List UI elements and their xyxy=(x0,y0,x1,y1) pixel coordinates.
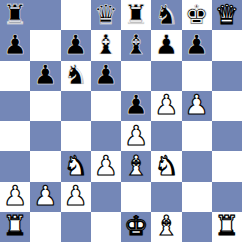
square-b4[interactable] xyxy=(30,121,60,151)
square-a1[interactable]: ♜ xyxy=(0,212,30,242)
white-knight[interactable]: ♞ xyxy=(154,152,178,179)
square-e5[interactable]: ♟ xyxy=(121,91,151,121)
square-c8[interactable] xyxy=(61,0,91,30)
square-h3[interactable] xyxy=(212,151,242,181)
black-pawn[interactable]: ♟ xyxy=(185,31,209,58)
square-a2[interactable]: ♟ xyxy=(0,182,30,212)
square-a6[interactable] xyxy=(0,61,30,91)
black-queen[interactable]: ♛ xyxy=(94,1,118,28)
square-f1[interactable]: ♝ xyxy=(151,212,181,242)
chess-board-container: ♜♛♜♞♚♛♟♟♝♝♟♟♟♞♟♟♟♟♟♞♟♝♞♟♟♟♜♚♝♜ xyxy=(0,0,242,242)
square-d5[interactable] xyxy=(91,91,121,121)
square-b2[interactable]: ♟ xyxy=(30,182,60,212)
square-b7[interactable] xyxy=(30,30,60,60)
white-queen[interactable]: ♛ xyxy=(215,1,239,28)
square-e8[interactable]: ♜ xyxy=(121,0,151,30)
square-g8[interactable]: ♚ xyxy=(182,0,212,30)
square-d3[interactable]: ♟ xyxy=(91,151,121,181)
square-c3[interactable]: ♞ xyxy=(61,151,91,181)
square-h7[interactable] xyxy=(212,30,242,60)
square-a7[interactable]: ♟ xyxy=(0,30,30,60)
black-pawn[interactable]: ♟ xyxy=(33,61,57,88)
square-a5[interactable] xyxy=(0,91,30,121)
chess-board: ♜♛♜♞♚♛♟♟♝♝♟♟♟♞♟♟♟♟♟♞♟♝♞♟♟♟♜♚♝♜ xyxy=(0,0,242,242)
square-b1[interactable] xyxy=(30,212,60,242)
white-bishop[interactable]: ♝ xyxy=(124,152,148,179)
square-f5[interactable]: ♟ xyxy=(151,91,181,121)
black-knight[interactable]: ♞ xyxy=(64,61,88,88)
black-rook[interactable]: ♜ xyxy=(3,1,27,28)
white-rook[interactable]: ♜ xyxy=(215,212,239,239)
white-pawn[interactable]: ♟ xyxy=(64,182,88,209)
square-g2[interactable] xyxy=(182,182,212,212)
square-a4[interactable] xyxy=(0,121,30,151)
black-bishop[interactable]: ♝ xyxy=(94,31,118,58)
square-h1[interactable]: ♜ xyxy=(212,212,242,242)
square-d7[interactable]: ♝ xyxy=(91,30,121,60)
white-pawn[interactable]: ♟ xyxy=(3,182,27,209)
black-bishop[interactable]: ♝ xyxy=(124,31,148,58)
square-e7[interactable]: ♝ xyxy=(121,30,151,60)
square-e2[interactable] xyxy=(121,182,151,212)
square-h8[interactable]: ♛ xyxy=(212,0,242,30)
square-b5[interactable] xyxy=(30,91,60,121)
white-pawn[interactable]: ♟ xyxy=(94,152,118,179)
square-c5[interactable] xyxy=(61,91,91,121)
white-king[interactable]: ♚ xyxy=(124,212,148,239)
square-g7[interactable]: ♟ xyxy=(182,30,212,60)
black-king[interactable]: ♚ xyxy=(185,1,209,28)
square-f6[interactable] xyxy=(151,61,181,91)
white-knight[interactable]: ♞ xyxy=(64,152,88,179)
square-f8[interactable]: ♞ xyxy=(151,0,181,30)
square-f3[interactable]: ♞ xyxy=(151,151,181,181)
square-g1[interactable] xyxy=(182,212,212,242)
square-f2[interactable] xyxy=(151,182,181,212)
square-b3[interactable] xyxy=(30,151,60,181)
white-rook[interactable]: ♜ xyxy=(3,212,27,239)
square-d8[interactable]: ♛ xyxy=(91,0,121,30)
square-g6[interactable] xyxy=(182,61,212,91)
square-e6[interactable] xyxy=(121,61,151,91)
square-f4[interactable] xyxy=(151,121,181,151)
black-knight[interactable]: ♞ xyxy=(154,1,178,28)
square-g5[interactable]: ♟ xyxy=(182,91,212,121)
square-c6[interactable]: ♞ xyxy=(61,61,91,91)
black-rook[interactable]: ♜ xyxy=(124,1,148,28)
square-h2[interactable] xyxy=(212,182,242,212)
square-h4[interactable] xyxy=(212,121,242,151)
black-pawn[interactable]: ♟ xyxy=(64,31,88,58)
square-e3[interactable]: ♝ xyxy=(121,151,151,181)
square-h5[interactable] xyxy=(212,91,242,121)
square-c7[interactable]: ♟ xyxy=(61,30,91,60)
square-d4[interactable] xyxy=(91,121,121,151)
black-pawn[interactable]: ♟ xyxy=(94,61,118,88)
black-pawn[interactable]: ♟ xyxy=(124,91,148,118)
square-d1[interactable] xyxy=(91,212,121,242)
white-pawn[interactable]: ♟ xyxy=(124,122,148,149)
square-c2[interactable]: ♟ xyxy=(61,182,91,212)
white-bishop[interactable]: ♝ xyxy=(154,212,178,239)
white-pawn[interactable]: ♟ xyxy=(154,91,178,118)
square-b8[interactable] xyxy=(30,0,60,30)
square-e1[interactable]: ♚ xyxy=(121,212,151,242)
square-d6[interactable]: ♟ xyxy=(91,61,121,91)
square-e4[interactable]: ♟ xyxy=(121,121,151,151)
square-a3[interactable] xyxy=(0,151,30,181)
square-g4[interactable] xyxy=(182,121,212,151)
white-pawn[interactable]: ♟ xyxy=(185,91,209,118)
square-b6[interactable]: ♟ xyxy=(30,61,60,91)
square-f7[interactable]: ♟ xyxy=(151,30,181,60)
square-d2[interactable] xyxy=(91,182,121,212)
square-g3[interactable] xyxy=(182,151,212,181)
square-a8[interactable]: ♜ xyxy=(0,0,30,30)
square-c4[interactable] xyxy=(61,121,91,151)
square-c1[interactable] xyxy=(61,212,91,242)
black-pawn[interactable]: ♟ xyxy=(154,31,178,58)
white-pawn[interactable]: ♟ xyxy=(33,182,57,209)
square-h6[interactable] xyxy=(212,61,242,91)
black-pawn[interactable]: ♟ xyxy=(3,31,27,58)
